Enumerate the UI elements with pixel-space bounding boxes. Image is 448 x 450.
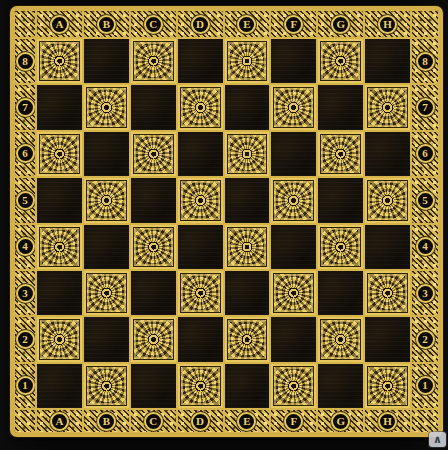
file-label-h-bottom: H — [378, 412, 397, 431]
square-e2[interactable] — [225, 317, 270, 361]
file-label-c-bottom: C — [144, 412, 163, 431]
rank-label-2-left: 2 — [16, 330, 35, 349]
rank-cell-6-left: 6 — [15, 132, 35, 176]
square-c5[interactable] — [131, 178, 176, 222]
border-corner-top-left — [15, 11, 35, 37]
square-f4[interactable] — [271, 225, 316, 269]
border-corner-bottom-left — [15, 410, 35, 432]
file-cell-b-top: B — [84, 11, 129, 37]
file-label-a-top: A — [50, 15, 69, 34]
file-cell-d-top: D — [178, 11, 223, 37]
square-a6[interactable] — [37, 132, 82, 176]
square-a7[interactable] — [37, 85, 82, 129]
file-cell-c-top: C — [131, 11, 176, 37]
rank-label-6-right: 6 — [416, 144, 435, 163]
rank-cell-8-right: 8 — [412, 39, 438, 83]
square-c8[interactable] — [131, 39, 176, 83]
square-g4[interactable] — [318, 225, 363, 269]
file-cell-b-bottom: B — [84, 410, 129, 432]
square-b8[interactable] — [84, 39, 129, 83]
rank-cell-8-left: 8 — [15, 39, 35, 83]
square-f8[interactable] — [271, 39, 316, 83]
border-corner-bottom-right — [412, 410, 438, 432]
square-e4[interactable] — [225, 225, 270, 269]
square-h3[interactable] — [365, 271, 410, 315]
rank-label-4-right: 4 — [416, 237, 435, 256]
square-g6[interactable] — [318, 132, 363, 176]
square-d6[interactable] — [178, 132, 223, 176]
square-h6[interactable] — [365, 132, 410, 176]
file-label-e-bottom: E — [237, 412, 256, 431]
rank-label-4-left: 4 — [16, 237, 35, 256]
rank-label-1-left: 1 — [16, 376, 35, 395]
square-d2[interactable] — [178, 317, 223, 361]
square-b7[interactable] — [84, 85, 129, 129]
square-b5[interactable] — [84, 178, 129, 222]
square-g5[interactable] — [318, 178, 363, 222]
rank-cell-2-left: 2 — [15, 317, 35, 361]
file-label-e-top: E — [237, 15, 256, 34]
file-label-b-bottom: B — [97, 412, 116, 431]
square-c7[interactable] — [131, 85, 176, 129]
file-cell-g-bottom: G — [318, 410, 363, 432]
square-e1[interactable] — [225, 364, 270, 408]
file-label-g-bottom: G — [331, 412, 350, 431]
square-b4[interactable] — [84, 225, 129, 269]
photo-background: ABCDEFGH8877665544332211ABCDEFGH ∧ — [0, 0, 448, 450]
square-d1[interactable] — [178, 364, 223, 408]
square-b2[interactable] — [84, 317, 129, 361]
square-h2[interactable] — [365, 317, 410, 361]
border-corner-top-right — [412, 11, 438, 37]
square-a5[interactable] — [37, 178, 82, 222]
square-h1[interactable] — [365, 364, 410, 408]
square-c1[interactable] — [131, 364, 176, 408]
watermark-caret-icon: ∧ — [433, 434, 442, 445]
file-cell-d-bottom: D — [178, 410, 223, 432]
rank-label-6-left: 6 — [16, 144, 35, 163]
rank-label-8-right: 8 — [416, 52, 435, 71]
file-label-h-top: H — [378, 15, 397, 34]
rank-cell-5-right: 5 — [412, 178, 438, 222]
rank-cell-4-right: 4 — [412, 225, 438, 269]
square-f7[interactable] — [271, 85, 316, 129]
rank-cell-4-left: 4 — [15, 225, 35, 269]
square-c3[interactable] — [131, 271, 176, 315]
square-a2[interactable] — [37, 317, 82, 361]
rank-cell-3-right: 3 — [412, 271, 438, 315]
square-f1[interactable] — [271, 364, 316, 408]
rank-label-5-left: 5 — [16, 191, 35, 210]
rank-label-2-right: 2 — [416, 330, 435, 349]
square-a4[interactable] — [37, 225, 82, 269]
square-h7[interactable] — [365, 85, 410, 129]
chessboard-grid: ABCDEFGH8877665544332211ABCDEFGH — [14, 10, 439, 433]
file-cell-a-top: A — [37, 11, 82, 37]
square-d7[interactable] — [178, 85, 223, 129]
square-b3[interactable] — [84, 271, 129, 315]
square-c6[interactable] — [131, 132, 176, 176]
square-b6[interactable] — [84, 132, 129, 176]
file-cell-a-bottom: A — [37, 410, 82, 432]
file-label-d-bottom: D — [191, 412, 210, 431]
rank-cell-1-left: 1 — [15, 364, 35, 408]
file-cell-e-top: E — [225, 11, 270, 37]
file-cell-e-bottom: E — [225, 410, 270, 432]
file-label-c-top: C — [144, 15, 163, 34]
file-cell-h-bottom: H — [365, 410, 410, 432]
file-label-g-top: G — [331, 15, 350, 34]
square-e5[interactable] — [225, 178, 270, 222]
square-e3[interactable] — [225, 271, 270, 315]
chessboard: ABCDEFGH8877665544332211ABCDEFGH — [10, 6, 443, 437]
rank-label-1-right: 1 — [416, 376, 435, 395]
square-g7[interactable] — [318, 85, 363, 129]
square-a8[interactable] — [37, 39, 82, 83]
square-g3[interactable] — [318, 271, 363, 315]
square-g1[interactable] — [318, 364, 363, 408]
square-a3[interactable] — [37, 271, 82, 315]
square-e8[interactable] — [225, 39, 270, 83]
square-e6[interactable] — [225, 132, 270, 176]
square-e7[interactable] — [225, 85, 270, 129]
file-cell-h-top: H — [365, 11, 410, 37]
square-h8[interactable] — [365, 39, 410, 83]
square-f6[interactable] — [271, 132, 316, 176]
file-label-f-top: F — [284, 15, 303, 34]
square-h4[interactable] — [365, 225, 410, 269]
square-g2[interactable] — [318, 317, 363, 361]
rank-label-5-right: 5 — [416, 191, 435, 210]
rank-label-3-left: 3 — [16, 284, 35, 303]
watermark-logo: ∧ — [429, 432, 446, 447]
file-cell-c-bottom: C — [131, 410, 176, 432]
file-label-a-bottom: A — [50, 412, 69, 431]
rank-cell-6-right: 6 — [412, 132, 438, 176]
rank-cell-1-right: 1 — [412, 364, 438, 408]
square-b1[interactable] — [84, 364, 129, 408]
square-h5[interactable] — [365, 178, 410, 222]
file-cell-g-top: G — [318, 11, 363, 37]
file-label-b-top: B — [97, 15, 116, 34]
square-d3[interactable] — [178, 271, 223, 315]
rank-label-7-right: 7 — [416, 98, 435, 117]
rank-cell-7-right: 7 — [412, 85, 438, 129]
square-f3[interactable] — [271, 271, 316, 315]
square-a1[interactable] — [37, 364, 82, 408]
file-cell-f-top: F — [271, 11, 316, 37]
file-label-d-top: D — [191, 15, 210, 34]
square-c4[interactable] — [131, 225, 176, 269]
square-c2[interactable] — [131, 317, 176, 361]
file-cell-f-bottom: F — [271, 410, 316, 432]
square-d4[interactable] — [178, 225, 223, 269]
rank-label-8-left: 8 — [16, 52, 35, 71]
rank-label-7-left: 7 — [16, 98, 35, 117]
rank-cell-5-left: 5 — [15, 178, 35, 222]
square-g8[interactable] — [318, 39, 363, 83]
rank-cell-2-right: 2 — [412, 317, 438, 361]
square-d8[interactable] — [178, 39, 223, 83]
file-label-f-bottom: F — [284, 412, 303, 431]
rank-label-3-right: 3 — [416, 284, 435, 303]
square-d5[interactable] — [178, 178, 223, 222]
square-f5[interactable] — [271, 178, 316, 222]
square-f2[interactable] — [271, 317, 316, 361]
rank-cell-7-left: 7 — [15, 85, 35, 129]
rank-cell-3-left: 3 — [15, 271, 35, 315]
